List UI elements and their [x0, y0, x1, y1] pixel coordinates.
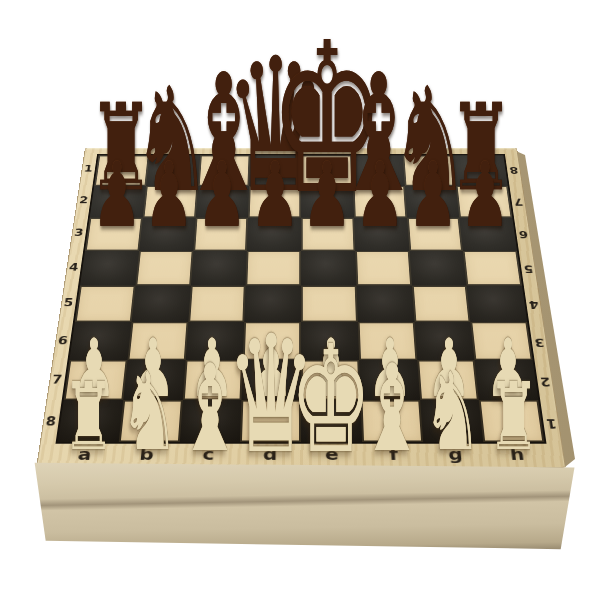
square-b1 — [146, 155, 200, 185]
square-a6 — [69, 322, 131, 360]
rank-label-right-5: 5 — [521, 263, 537, 273]
rank-label-right-3: 3 — [531, 336, 548, 347]
square-e7 — [301, 360, 360, 400]
square-d4 — [246, 251, 301, 286]
square-c3 — [193, 218, 248, 251]
square-a3 — [85, 218, 143, 251]
square-f4 — [355, 251, 411, 286]
file-label-d: d — [255, 446, 285, 464]
square-f1 — [352, 155, 405, 185]
square-e5 — [301, 286, 358, 322]
square-c1 — [198, 155, 251, 185]
square-b6 — [127, 322, 188, 360]
square-e1 — [301, 155, 353, 185]
square-f2 — [353, 186, 407, 218]
rank-label-left-8: 8 — [42, 416, 59, 428]
chess-box-photo: 12345678 87654321 abcdefgh ♜♞♝♛♚♝♞♜♟♟♟♟♟… — [0, 0, 600, 600]
square-e8 — [301, 400, 362, 442]
rank-label-left-3: 3 — [71, 229, 86, 239]
rank-label-left-7: 7 — [48, 375, 65, 387]
rank-label-left-5: 5 — [60, 298, 76, 309]
square-h4 — [463, 251, 522, 286]
box-front-panel — [28, 458, 580, 552]
square-b3 — [139, 218, 195, 251]
rank-label-right-2: 2 — [537, 375, 554, 387]
square-f3 — [354, 218, 409, 251]
square-d2 — [248, 186, 301, 218]
square-b7 — [123, 360, 185, 400]
rank-label-right-6: 6 — [516, 229, 531, 239]
rank-label-left-1: 1 — [81, 165, 96, 174]
square-c2 — [195, 186, 249, 218]
square-b4 — [135, 251, 193, 286]
square-a2 — [90, 186, 146, 218]
square-h7 — [475, 360, 539, 400]
square-a1 — [94, 155, 149, 185]
square-d8 — [240, 400, 301, 442]
file-label-e: e — [317, 446, 347, 464]
square-a7 — [64, 360, 128, 400]
square-b2 — [143, 186, 198, 218]
rank-label-left-2: 2 — [76, 196, 91, 205]
square-h1 — [453, 155, 508, 185]
file-label-b: b — [131, 446, 162, 464]
square-f5 — [356, 286, 414, 322]
square-g6 — [414, 322, 475, 360]
square-h3 — [459, 218, 517, 251]
square-h2 — [456, 186, 512, 218]
square-h5 — [467, 286, 527, 322]
board-grid — [55, 154, 546, 443]
square-c8 — [179, 400, 241, 442]
square-e2 — [301, 186, 354, 218]
square-b8 — [119, 400, 183, 442]
square-c7 — [182, 360, 243, 400]
file-label-h: h — [501, 446, 533, 464]
file-label-a: a — [69, 446, 101, 464]
square-g4 — [409, 251, 467, 286]
square-g5 — [411, 286, 470, 322]
square-a8 — [58, 400, 123, 442]
square-e6 — [301, 322, 359, 360]
square-d5 — [244, 286, 301, 322]
square-h6 — [471, 322, 533, 360]
square-g3 — [407, 218, 463, 251]
square-g2 — [404, 186, 459, 218]
rank-label-left-4: 4 — [66, 263, 82, 273]
square-d6 — [243, 322, 301, 360]
square-h8 — [479, 400, 544, 442]
square-c5 — [188, 286, 246, 322]
file-label-f: f — [378, 446, 409, 464]
rank-label-right-8: 8 — [506, 165, 521, 174]
square-b5 — [131, 286, 190, 322]
square-a4 — [80, 251, 139, 286]
square-f6 — [358, 322, 417, 360]
square-d3 — [247, 218, 301, 251]
square-f8 — [360, 400, 422, 442]
square-d7 — [242, 360, 301, 400]
rank-label-right-4: 4 — [526, 298, 542, 309]
square-f7 — [359, 360, 420, 400]
square-g7 — [417, 360, 479, 400]
rank-label-right-7: 7 — [511, 196, 526, 205]
square-d1 — [249, 155, 301, 185]
square-e3 — [301, 218, 355, 251]
square-g1 — [402, 155, 456, 185]
file-label-g: g — [440, 446, 471, 464]
square-c4 — [191, 251, 247, 286]
file-label-c: c — [193, 446, 224, 464]
square-g8 — [420, 400, 484, 442]
square-a5 — [75, 286, 135, 322]
rank-label-left-6: 6 — [55, 336, 72, 347]
rank-label-right-1: 1 — [543, 416, 560, 428]
square-c6 — [185, 322, 244, 360]
square-e4 — [301, 251, 356, 286]
board-surface: 12345678 87654321 abcdefgh — [36, 148, 566, 468]
